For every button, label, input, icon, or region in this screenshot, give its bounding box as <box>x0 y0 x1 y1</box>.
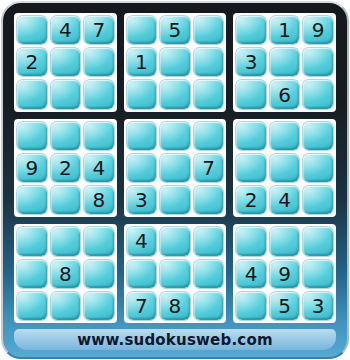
cell-r2c8[interactable] <box>270 48 300 76</box>
cell-r8c9[interactable] <box>303 260 333 288</box>
cell-r3c6[interactable] <box>194 80 224 108</box>
cell-r7c6[interactable] <box>194 227 224 255</box>
cell-r1c2[interactable]: 4 <box>51 16 81 44</box>
box-2-3: 24 <box>233 119 336 218</box>
cell-r9c7[interactable] <box>236 292 266 320</box>
cell-r5c9[interactable] <box>303 154 333 182</box>
cell-r4c3[interactable] <box>84 122 114 150</box>
cell-r6c9[interactable] <box>303 186 333 214</box>
cell-r3c7[interactable] <box>236 80 266 108</box>
cell-r7c1[interactable] <box>17 227 47 255</box>
cell-r9c5[interactable]: 8 <box>160 292 190 320</box>
cell-r7c7[interactable] <box>236 227 266 255</box>
cell-r9c6[interactable] <box>194 292 224 320</box>
cell-r2c1[interactable]: 2 <box>17 48 47 76</box>
cell-r6c4[interactable]: 3 <box>127 186 157 214</box>
cell-r8c4[interactable] <box>127 260 157 288</box>
sudoku-widget: 4725119369248732484784953 www.sudokusweb… <box>0 0 350 360</box>
cell-r3c8[interactable]: 6 <box>270 80 300 108</box>
cell-r2c4[interactable]: 1 <box>127 48 157 76</box>
cell-r9c2[interactable] <box>51 292 81 320</box>
cell-r8c3[interactable] <box>84 260 114 288</box>
cell-r2c5[interactable] <box>160 48 190 76</box>
cell-r7c3[interactable] <box>84 227 114 255</box>
cell-r7c8[interactable] <box>270 227 300 255</box>
cell-r4c2[interactable] <box>51 122 81 150</box>
cell-r9c4[interactable]: 7 <box>127 292 157 320</box>
cell-r5c7[interactable] <box>236 154 266 182</box>
cell-r5c3[interactable]: 4 <box>84 154 114 182</box>
cell-r3c9[interactable] <box>303 80 333 108</box>
cell-r6c6[interactable] <box>194 186 224 214</box>
cell-r2c7[interactable]: 3 <box>236 48 266 76</box>
cell-r2c2[interactable] <box>51 48 81 76</box>
cell-r5c5[interactable] <box>160 154 190 182</box>
cell-r7c2[interactable] <box>51 227 81 255</box>
box-1-3: 1936 <box>233 13 336 112</box>
cell-r6c1[interactable] <box>17 186 47 214</box>
cell-r8c8[interactable]: 9 <box>270 260 300 288</box>
cell-r3c5[interactable] <box>160 80 190 108</box>
cell-r1c4[interactable] <box>127 16 157 44</box>
cell-r9c1[interactable] <box>17 292 47 320</box>
box-1-2: 51 <box>124 13 227 112</box>
cell-r7c5[interactable] <box>160 227 190 255</box>
cell-r8c2[interactable]: 8 <box>51 260 81 288</box>
cell-r6c7[interactable]: 2 <box>236 186 266 214</box>
cell-r9c8[interactable]: 5 <box>270 292 300 320</box>
cell-r5c2[interactable]: 2 <box>51 154 81 182</box>
cell-r9c9[interactable]: 3 <box>303 292 333 320</box>
cell-r6c2[interactable] <box>51 186 81 214</box>
cell-r1c3[interactable]: 7 <box>84 16 114 44</box>
cell-r5c6[interactable]: 7 <box>194 154 224 182</box>
cell-r5c8[interactable] <box>270 154 300 182</box>
cell-r1c1[interactable] <box>17 16 47 44</box>
cell-r1c5[interactable]: 5 <box>160 16 190 44</box>
box-3-2: 478 <box>124 224 227 323</box>
box-3-1: 8 <box>14 224 117 323</box>
box-3-3: 4953 <box>233 224 336 323</box>
cell-r8c1[interactable] <box>17 260 47 288</box>
footer-bar: www.sudokusweb.com <box>14 329 336 350</box>
cell-r3c2[interactable] <box>51 80 81 108</box>
cell-r4c1[interactable] <box>17 122 47 150</box>
cell-r1c7[interactable] <box>236 16 266 44</box>
cell-r1c6[interactable] <box>194 16 224 44</box>
box-2-2: 73 <box>124 119 227 218</box>
cell-r2c9[interactable] <box>303 48 333 76</box>
cell-r7c4[interactable]: 4 <box>127 227 157 255</box>
cell-r6c5[interactable] <box>160 186 190 214</box>
cell-r5c1[interactable]: 9 <box>17 154 47 182</box>
cell-r8c5[interactable] <box>160 260 190 288</box>
cell-r4c4[interactable] <box>127 122 157 150</box>
cell-r4c9[interactable] <box>303 122 333 150</box>
cell-r1c9[interactable]: 9 <box>303 16 333 44</box>
box-1-1: 472 <box>14 13 117 112</box>
cell-r4c5[interactable] <box>160 122 190 150</box>
website-url[interactable]: www.sudokusweb.com <box>77 331 272 349</box>
cell-r3c4[interactable] <box>127 80 157 108</box>
cell-r3c1[interactable] <box>17 80 47 108</box>
cell-r7c9[interactable] <box>303 227 333 255</box>
cell-r9c3[interactable] <box>84 292 114 320</box>
cell-r2c3[interactable] <box>84 48 114 76</box>
cell-r4c8[interactable] <box>270 122 300 150</box>
board-frame: 4725119369248732484784953 www.sudokusweb… <box>1 1 349 359</box>
cell-r2c6[interactable] <box>194 48 224 76</box>
cell-r8c6[interactable] <box>194 260 224 288</box>
cell-r8c7[interactable]: 4 <box>236 260 266 288</box>
cell-r1c8[interactable]: 1 <box>270 16 300 44</box>
box-2-1: 9248 <box>14 119 117 218</box>
cell-r6c3[interactable]: 8 <box>84 186 114 214</box>
cell-r6c8[interactable]: 4 <box>270 186 300 214</box>
cell-r4c6[interactable] <box>194 122 224 150</box>
sudoku-board: 4725119369248732484784953 <box>14 13 336 323</box>
cell-r3c3[interactable] <box>84 80 114 108</box>
cell-r4c7[interactable] <box>236 122 266 150</box>
cell-r5c4[interactable] <box>127 154 157 182</box>
